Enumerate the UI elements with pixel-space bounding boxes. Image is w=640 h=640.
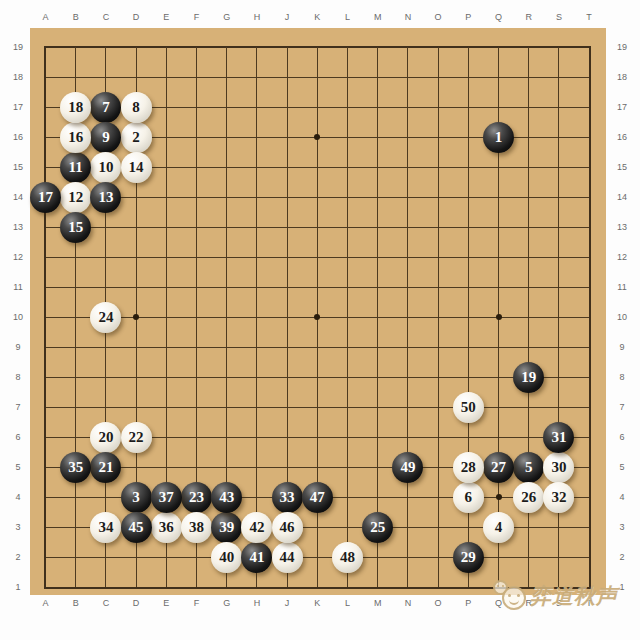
col-label-top-D: D (133, 13, 140, 22)
stone-47-black-K4[interactable]: 47 (302, 482, 333, 513)
grid-line-horizontal (46, 197, 590, 198)
row-label-right-8: 8 (619, 373, 624, 382)
col-label-top-H: H (254, 13, 261, 22)
col-label-top-F: F (194, 13, 200, 22)
row-label-right-2: 2 (619, 553, 624, 562)
row-label-left-13: 13 (13, 223, 23, 232)
col-label-top-A: A (42, 13, 48, 22)
col-label-top-Q: Q (495, 13, 502, 22)
row-label-left-9: 9 (15, 343, 20, 352)
row-label-left-6: 6 (15, 433, 20, 442)
stone-46-white-J3[interactable]: 46 (272, 512, 303, 543)
row-label-left-15: 15 (13, 163, 23, 172)
stone-19-black-R8[interactable]: 19 (513, 362, 544, 393)
stone-8-white-D17[interactable]: 8 (121, 92, 152, 123)
stone-28-white-P5[interactable]: 28 (453, 452, 484, 483)
row-label-left-10: 10 (13, 313, 23, 322)
col-label-top-E: E (163, 13, 169, 22)
star-point-K16 (314, 134, 320, 140)
stone-5-black-R5[interactable]: 5 (513, 452, 544, 483)
stone-26-white-R4[interactable]: 26 (513, 482, 544, 513)
col-label-bottom-G: G (223, 599, 230, 608)
stone-10-white-C15[interactable]: 10 (90, 152, 121, 183)
col-label-bottom-E: E (163, 599, 169, 608)
grid-line-horizontal (46, 407, 590, 408)
row-label-right-10: 10 (617, 313, 627, 322)
grid-line-horizontal (46, 227, 590, 228)
row-label-right-5: 5 (619, 463, 624, 472)
col-label-top-P: P (465, 13, 471, 22)
stone-13-black-C14[interactable]: 13 (90, 182, 121, 213)
row-label-right-19: 19 (617, 43, 627, 52)
stone-45-black-D3[interactable]: 45 (121, 512, 152, 543)
stone-31-black-S6[interactable]: 31 (543, 422, 574, 453)
stone-50-white-P7[interactable]: 50 (453, 392, 484, 423)
stone-21-black-C5[interactable]: 21 (90, 452, 121, 483)
stone-12-white-B14[interactable]: 12 (60, 182, 91, 213)
stone-39-black-G3[interactable]: 39 (211, 512, 242, 543)
stone-30-white-S5[interactable]: 30 (543, 452, 574, 483)
stone-2-white-D16[interactable]: 2 (121, 122, 152, 153)
stone-40-white-G2[interactable]: 40 (211, 542, 242, 573)
col-label-bottom-K: K (314, 599, 320, 608)
star-point-D10 (133, 314, 139, 320)
grid-line-horizontal (46, 287, 590, 288)
col-label-top-N: N (405, 13, 412, 22)
grid-line-horizontal (46, 557, 590, 558)
stone-24-white-C10[interactable]: 24 (90, 302, 121, 333)
stone-25-black-M3[interactable]: 25 (362, 512, 393, 543)
col-label-bottom-Q: Q (495, 599, 502, 608)
stone-37-black-E4[interactable]: 37 (151, 482, 182, 513)
grid-line-horizontal (46, 347, 590, 348)
col-label-top-G: G (223, 13, 230, 22)
stone-6-white-P4[interactable]: 6 (453, 482, 484, 513)
stone-35-black-B5[interactable]: 35 (60, 452, 91, 483)
stone-41-black-H2[interactable]: 41 (241, 542, 272, 573)
col-label-bottom-P: P (465, 599, 471, 608)
row-label-left-8: 8 (15, 373, 20, 382)
col-label-top-J: J (285, 13, 290, 22)
row-label-right-18: 18 (617, 73, 627, 82)
stone-20-white-C6[interactable]: 20 (90, 422, 121, 453)
stone-42-white-H3[interactable]: 42 (241, 512, 272, 543)
stone-18-white-B17[interactable]: 18 (60, 92, 91, 123)
stone-36-white-E3[interactable]: 36 (151, 512, 182, 543)
col-label-bottom-C: C (103, 599, 110, 608)
col-label-top-S: S (556, 13, 562, 22)
col-label-bottom-O: O (435, 599, 442, 608)
grid-line-horizontal (46, 377, 590, 378)
row-label-left-18: 18 (13, 73, 23, 82)
stone-48-white-L2[interactable]: 48 (332, 542, 363, 573)
col-label-bottom-N: N (405, 599, 412, 608)
col-label-bottom-F: F (194, 599, 200, 608)
row-label-right-9: 9 (619, 343, 624, 352)
star-point-Q10 (496, 314, 502, 320)
stone-34-white-C3[interactable]: 34 (90, 512, 121, 543)
stone-15-black-B13[interactable]: 15 (60, 212, 91, 243)
col-label-bottom-S: S (556, 599, 562, 608)
col-label-top-L: L (345, 13, 350, 22)
stone-11-black-B15[interactable]: 11 (60, 152, 91, 183)
col-label-bottom-A: A (42, 599, 48, 608)
col-label-bottom-B: B (73, 599, 79, 608)
col-label-bottom-L: L (345, 599, 350, 608)
grid-line-horizontal (46, 77, 590, 78)
col-label-bottom-M: M (374, 599, 382, 608)
col-label-bottom-D: D (133, 599, 140, 608)
stone-44-white-J2[interactable]: 44 (272, 542, 303, 573)
row-label-left-4: 4 (15, 493, 20, 502)
row-label-left-2: 2 (15, 553, 20, 562)
row-label-right-13: 13 (617, 223, 627, 232)
row-label-right-6: 6 (619, 433, 624, 442)
stone-33-black-J4[interactable]: 33 (272, 482, 303, 513)
row-label-right-11: 11 (617, 283, 626, 292)
stone-9-black-C16[interactable]: 9 (90, 122, 121, 153)
row-label-right-7: 7 (619, 403, 624, 412)
row-label-right-1: 1 (619, 583, 624, 592)
col-label-top-R: R (525, 13, 532, 22)
stone-1-black-Q16[interactable]: 1 (483, 122, 514, 153)
row-label-left-5: 5 (15, 463, 20, 472)
go-diagram: 弈道秋声 AABBCCDDEEFFGGHHJJKKLLMMNNOOPPQQRRS… (0, 0, 640, 640)
grid-line-horizontal (46, 257, 590, 258)
row-label-left-14: 14 (13, 193, 23, 202)
stone-3-black-D4[interactable]: 3 (121, 482, 152, 513)
row-label-left-1: 1 (15, 583, 20, 592)
stone-49-black-N5[interactable]: 49 (392, 452, 423, 483)
stone-16-white-B16[interactable]: 16 (60, 122, 91, 153)
col-label-top-C: C (103, 13, 110, 22)
col-label-bottom-T: T (586, 599, 592, 608)
col-label-top-M: M (374, 13, 382, 22)
stone-29-black-P2[interactable]: 29 (453, 542, 484, 573)
stone-32-white-S4[interactable]: 32 (543, 482, 574, 513)
col-label-top-B: B (73, 13, 79, 22)
col-label-top-K: K (314, 13, 320, 22)
stone-17-black-A14[interactable]: 17 (30, 182, 61, 213)
stone-14-white-D15[interactable]: 14 (121, 152, 152, 183)
row-label-right-17: 17 (617, 103, 627, 112)
stone-27-black-Q5[interactable]: 27 (483, 452, 514, 483)
stone-43-black-G4[interactable]: 43 (211, 482, 242, 513)
row-label-left-17: 17 (13, 103, 23, 112)
row-label-left-19: 19 (13, 43, 23, 52)
stone-7-black-C17[interactable]: 7 (90, 92, 121, 123)
row-label-left-3: 3 (15, 523, 20, 532)
stone-4-white-Q3[interactable]: 4 (483, 512, 514, 543)
row-label-right-3: 3 (619, 523, 624, 532)
stone-38-white-F3[interactable]: 38 (181, 512, 212, 543)
row-label-right-15: 15 (617, 163, 627, 172)
row-label-right-16: 16 (617, 133, 627, 142)
row-label-left-12: 12 (13, 253, 23, 262)
row-label-left-16: 16 (13, 133, 23, 142)
col-label-bottom-H: H (254, 599, 261, 608)
star-point-K10 (314, 314, 320, 320)
col-label-bottom-J: J (285, 599, 290, 608)
col-label-top-T: T (586, 13, 592, 22)
stone-22-white-D6[interactable]: 22 (121, 422, 152, 453)
star-point-Q4 (496, 494, 502, 500)
row-label-right-14: 14 (617, 193, 627, 202)
row-label-right-12: 12 (617, 253, 627, 262)
row-label-right-4: 4 (619, 493, 624, 502)
stone-23-black-F4[interactable]: 23 (181, 482, 212, 513)
col-label-bottom-R: R (525, 599, 532, 608)
row-label-left-11: 11 (13, 283, 22, 292)
row-label-left-7: 7 (15, 403, 20, 412)
col-label-top-O: O (435, 13, 442, 22)
